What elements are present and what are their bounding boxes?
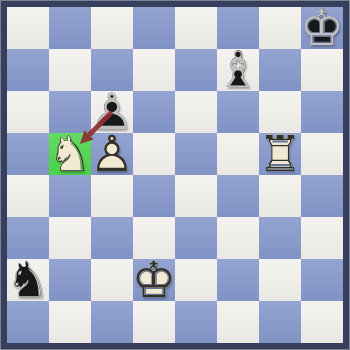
square-c2[interactable] (91, 259, 133, 301)
square-b2[interactable] (49, 259, 91, 301)
square-d6[interactable] (133, 91, 175, 133)
square-g6[interactable] (259, 91, 301, 133)
square-g7[interactable] (259, 49, 301, 91)
square-b8[interactable] (49, 7, 91, 49)
square-f5[interactable] (217, 133, 259, 175)
square-f2[interactable] (217, 259, 259, 301)
square-f7[interactable]: ♝♗ (217, 49, 259, 91)
square-a8[interactable] (7, 7, 49, 49)
square-b5[interactable]: ♞♘ (49, 133, 91, 175)
black-king[interactable]: ♚♔ (301, 7, 343, 49)
square-d5[interactable] (133, 133, 175, 175)
square-h3[interactable] (301, 217, 343, 259)
square-b3[interactable] (49, 217, 91, 259)
square-a6[interactable] (7, 91, 49, 133)
white-pawn[interactable]: ♟♙ (91, 133, 133, 175)
square-g3[interactable] (259, 217, 301, 259)
square-c6[interactable]: ♟♙ (91, 91, 133, 133)
square-e4[interactable] (175, 175, 217, 217)
square-a3[interactable] (7, 217, 49, 259)
square-e1[interactable] (175, 301, 217, 343)
square-e3[interactable] (175, 217, 217, 259)
square-g8[interactable] (259, 7, 301, 49)
square-h1[interactable] (301, 301, 343, 343)
square-b6[interactable] (49, 91, 91, 133)
square-d8[interactable] (133, 7, 175, 49)
square-c5[interactable]: ♟♙ (91, 133, 133, 175)
square-h5[interactable] (301, 133, 343, 175)
square-b1[interactable] (49, 301, 91, 343)
square-c7[interactable] (91, 49, 133, 91)
square-a7[interactable] (7, 49, 49, 91)
square-f3[interactable] (217, 217, 259, 259)
white-king[interactable]: ♚♔ (133, 259, 175, 301)
square-c3[interactable] (91, 217, 133, 259)
square-a2[interactable]: ♞♘ (7, 259, 49, 301)
square-g4[interactable] (259, 175, 301, 217)
square-a4[interactable] (7, 175, 49, 217)
square-d7[interactable] (133, 49, 175, 91)
square-f6[interactable] (217, 91, 259, 133)
square-h4[interactable] (301, 175, 343, 217)
black-knight[interactable]: ♞♘ (7, 259, 49, 301)
square-e2[interactable] (175, 259, 217, 301)
square-e6[interactable] (175, 91, 217, 133)
square-e8[interactable] (175, 7, 217, 49)
chess-board: ♚♔♝♗♟♙♞♘♟♙♜♖♞♘♚♔ (7, 7, 343, 343)
square-g2[interactable] (259, 259, 301, 301)
black-pawn[interactable]: ♟♙ (91, 91, 133, 133)
black-bishop[interactable]: ♝♗ (217, 49, 259, 91)
square-g1[interactable] (259, 301, 301, 343)
square-e5[interactable] (175, 133, 217, 175)
square-f4[interactable] (217, 175, 259, 217)
square-h2[interactable] (301, 259, 343, 301)
white-rook[interactable]: ♜♖ (259, 133, 301, 175)
square-b4[interactable] (49, 175, 91, 217)
square-f1[interactable] (217, 301, 259, 343)
square-c8[interactable] (91, 7, 133, 49)
square-a5[interactable] (7, 133, 49, 175)
chess-board-frame: ♚♔♝♗♟♙♞♘♟♙♜♖♞♘♚♔ (0, 0, 350, 350)
square-d1[interactable] (133, 301, 175, 343)
square-h8[interactable]: ♚♔ (301, 7, 343, 49)
square-h6[interactable] (301, 91, 343, 133)
square-d2[interactable]: ♚♔ (133, 259, 175, 301)
square-c4[interactable] (91, 175, 133, 217)
square-d4[interactable] (133, 175, 175, 217)
square-f8[interactable] (217, 7, 259, 49)
square-c1[interactable] (91, 301, 133, 343)
square-e7[interactable] (175, 49, 217, 91)
square-a1[interactable] (7, 301, 49, 343)
square-g5[interactable]: ♜♖ (259, 133, 301, 175)
square-b7[interactable] (49, 49, 91, 91)
square-h7[interactable] (301, 49, 343, 91)
white-knight[interactable]: ♞♘ (49, 133, 91, 175)
square-d3[interactable] (133, 217, 175, 259)
